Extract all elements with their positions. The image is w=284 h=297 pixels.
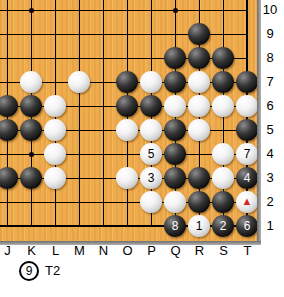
intersection-N8[interactable] <box>91 46 115 70</box>
intersection-S10[interactable] <box>211 0 235 22</box>
intersection-S9[interactable] <box>211 22 235 46</box>
intersection-M6[interactable] <box>67 94 91 118</box>
row-label-3: 3 <box>258 170 282 186</box>
intersection-J8[interactable] <box>0 46 19 70</box>
intersection-K10[interactable] <box>19 0 43 22</box>
intersection-N7[interactable] <box>91 70 115 94</box>
white-stone-T6 <box>236 95 257 117</box>
white-stone-P3: 3 <box>140 167 162 189</box>
intersection-O7[interactable] <box>115 70 139 94</box>
intersection-P5[interactable] <box>139 118 163 142</box>
move-number-5: 5 <box>148 148 155 160</box>
intersection-R10[interactable] <box>187 0 211 22</box>
intersection-P2[interactable] <box>139 190 163 214</box>
white-stone-S6 <box>212 95 234 117</box>
intersection-R6[interactable] <box>187 94 211 118</box>
intersection-Q8[interactable] <box>163 46 187 70</box>
row-label-7: 7 <box>258 74 282 90</box>
black-stone-R3 <box>188 167 210 189</box>
intersection-S7[interactable] <box>211 70 235 94</box>
intersection-N9[interactable] <box>91 22 115 46</box>
intersection-T9[interactable] <box>235 22 257 46</box>
intersection-L6[interactable] <box>43 94 67 118</box>
black-stone-R8 <box>188 47 210 69</box>
intersection-Q10[interactable] <box>163 0 187 22</box>
intersection-S8[interactable] <box>211 46 235 70</box>
intersection-T8[interactable] <box>235 46 257 70</box>
white-stone-O3 <box>116 167 138 189</box>
intersection-Q6[interactable] <box>163 94 187 118</box>
white-stone-T4: 7 <box>236 143 257 165</box>
intersection-L8[interactable] <box>43 46 67 70</box>
white-stone-Q6 <box>164 95 186 117</box>
intersection-Q3[interactable] <box>163 166 187 190</box>
black-stone-R2 <box>188 191 210 213</box>
intersection-P4[interactable]: 5 <box>139 142 163 166</box>
intersection-K8[interactable] <box>19 46 43 70</box>
intersection-N6[interactable] <box>91 94 115 118</box>
intersection-O2[interactable] <box>115 190 139 214</box>
intersection-L1[interactable] <box>43 214 67 238</box>
intersection-O6[interactable] <box>115 94 139 118</box>
col-label-R: R <box>191 243 208 258</box>
intersection-N3[interactable] <box>91 166 115 190</box>
black-stone-K3 <box>20 167 42 189</box>
col-label-N: N <box>95 243 112 258</box>
white-stone-K7 <box>20 71 42 93</box>
intersection-K2[interactable] <box>19 190 43 214</box>
intersection-M7[interactable] <box>67 70 91 94</box>
intersection-S1[interactable]: 2 <box>211 214 235 238</box>
black-stone-P6 <box>140 95 162 117</box>
intersection-M9[interactable] <box>67 22 91 46</box>
intersection-Q4[interactable] <box>163 142 187 166</box>
white-stone-L5 <box>44 119 66 141</box>
intersection-T6[interactable] <box>235 94 257 118</box>
intersection-R8[interactable] <box>187 46 211 70</box>
intersection-O10[interactable] <box>115 0 139 22</box>
intersection-Q5[interactable] <box>163 118 187 142</box>
row-label-8: 8 <box>258 50 282 66</box>
white-stone-T2: ▲ <box>236 191 257 213</box>
intersection-T2[interactable]: ▲ <box>235 190 257 214</box>
intersection-Q1[interactable]: 8 <box>163 214 187 238</box>
row-label-6: 6 <box>258 98 282 114</box>
intersection-O1[interactable] <box>115 214 139 238</box>
intersection-O3[interactable] <box>115 166 139 190</box>
intersection-Q7[interactable] <box>163 70 187 94</box>
intersection-J10[interactable] <box>0 0 19 22</box>
intersection-P10[interactable] <box>139 0 163 22</box>
intersection-M1[interactable] <box>67 214 91 238</box>
black-stone-T3: 4 <box>236 167 257 189</box>
intersection-J9[interactable] <box>0 22 19 46</box>
white-stone-R7 <box>188 71 210 93</box>
col-label-J: J <box>0 243 16 258</box>
intersection-J4[interactable] <box>0 142 19 166</box>
intersection-N10[interactable] <box>91 0 115 22</box>
intersection-S3[interactable] <box>211 166 235 190</box>
intersection-Q9[interactable] <box>163 22 187 46</box>
intersection-J2[interactable] <box>0 190 19 214</box>
intersection-J5[interactable] <box>0 118 19 142</box>
board-grid: 5734▲8126 <box>0 0 257 238</box>
intersection-P3[interactable]: 3 <box>139 166 163 190</box>
white-stone-M7 <box>68 71 90 93</box>
intersection-M10[interactable] <box>67 0 91 22</box>
move-number-2: 2 <box>220 220 227 232</box>
black-stone-S2 <box>212 191 234 213</box>
intersection-K7[interactable] <box>19 70 43 94</box>
move-number-8: 8 <box>172 220 179 232</box>
white-stone-P4: 5 <box>140 143 162 165</box>
intersection-K1[interactable] <box>19 214 43 238</box>
intersection-N5[interactable] <box>91 118 115 142</box>
row-label-4: 4 <box>258 146 282 162</box>
white-stone-R1: 1 <box>188 215 210 237</box>
black-stone-Q3 <box>164 167 186 189</box>
move-number-1: 1 <box>196 220 203 232</box>
black-stone-T5 <box>236 119 257 141</box>
row-label-1: 1 <box>258 218 282 234</box>
black-stone-S1: 2 <box>212 215 234 237</box>
white-stone-P5 <box>140 119 162 141</box>
white-stone-Q2 <box>164 191 186 213</box>
intersection-M2[interactable] <box>67 190 91 214</box>
intersection-S6[interactable] <box>211 94 235 118</box>
intersection-R2[interactable] <box>187 190 211 214</box>
intersection-M8[interactable] <box>67 46 91 70</box>
intersection-K3[interactable] <box>19 166 43 190</box>
black-stone-J6 <box>0 95 18 117</box>
white-stone-P7 <box>140 71 162 93</box>
black-stone-S7 <box>212 71 234 93</box>
white-stone-L4 <box>44 143 66 165</box>
intersection-N4[interactable] <box>91 142 115 166</box>
col-label-M: M <box>71 243 88 258</box>
intersection-M5[interactable] <box>67 118 91 142</box>
white-stone-S4 <box>212 143 234 165</box>
intersection-L10[interactable] <box>43 0 67 22</box>
intersection-O5[interactable] <box>115 118 139 142</box>
intersection-R7[interactable] <box>187 70 211 94</box>
black-stone-O7 <box>116 71 138 93</box>
intersection-P7[interactable] <box>139 70 163 94</box>
caption-move-9-white-stone-icon: 9 <box>19 261 39 281</box>
intersection-T10[interactable] <box>235 0 257 22</box>
col-label-Q: Q <box>167 243 184 258</box>
col-label-O: O <box>119 243 136 258</box>
intersection-L2[interactable] <box>43 190 67 214</box>
row-label-9: 9 <box>258 26 282 42</box>
intersection-N1[interactable] <box>91 214 115 238</box>
col-label-K: K <box>23 243 40 258</box>
intersection-P1[interactable] <box>139 214 163 238</box>
black-stone-Q1: 8 <box>164 215 186 237</box>
intersection-O9[interactable] <box>115 22 139 46</box>
black-stone-J5 <box>0 119 18 141</box>
move-number-6: 6 <box>244 220 251 232</box>
black-stone-Q4 <box>164 143 186 165</box>
intersection-L4[interactable] <box>43 142 67 166</box>
row-label-2: 2 <box>258 194 282 210</box>
go-board: 5734▲8126 <box>0 0 257 241</box>
intersection-R4[interactable] <box>187 142 211 166</box>
black-stone-K6 <box>20 95 42 117</box>
intersection-T5[interactable] <box>235 118 257 142</box>
black-stone-Q8 <box>164 47 186 69</box>
white-stone-P2 <box>140 191 162 213</box>
intersection-T7[interactable] <box>235 70 257 94</box>
row-label-10: 10 <box>258 2 282 18</box>
intersection-K6[interactable] <box>19 94 43 118</box>
intersection-L5[interactable] <box>43 118 67 142</box>
black-stone-R9 <box>188 23 210 45</box>
white-stone-L6 <box>44 95 66 117</box>
intersection-L3[interactable] <box>43 166 67 190</box>
black-stone-T7 <box>236 71 257 93</box>
intersection-O8[interactable] <box>115 46 139 70</box>
intersection-K9[interactable] <box>19 22 43 46</box>
black-stone-O6 <box>116 95 138 117</box>
intersection-R9[interactable] <box>187 22 211 46</box>
col-label-P: P <box>143 243 160 258</box>
black-stone-Q5 <box>164 119 186 141</box>
intersection-T3[interactable]: 4 <box>235 166 257 190</box>
intersection-O4[interactable] <box>115 142 139 166</box>
black-stone-Q7 <box>164 71 186 93</box>
intersection-M3[interactable] <box>67 166 91 190</box>
col-label-S: S <box>215 243 232 258</box>
intersection-P9[interactable] <box>139 22 163 46</box>
intersection-Q2[interactable] <box>163 190 187 214</box>
intersection-N2[interactable] <box>91 190 115 214</box>
intersection-T4[interactable]: 7 <box>235 142 257 166</box>
black-stone-K5 <box>20 119 42 141</box>
white-stone-O5 <box>116 119 138 141</box>
intersection-K4[interactable] <box>19 142 43 166</box>
white-stone-R5 <box>188 119 210 141</box>
move-number-7: 7 <box>244 148 251 160</box>
black-stone-T1: 6 <box>236 215 257 237</box>
intersection-S2[interactable] <box>211 190 235 214</box>
intersection-M4[interactable] <box>67 142 91 166</box>
intersection-J1[interactable] <box>0 214 19 238</box>
black-stone-S8 <box>212 47 234 69</box>
black-stone-J3 <box>0 167 18 189</box>
intersection-L9[interactable] <box>43 22 67 46</box>
move-number-4: 4 <box>244 172 251 184</box>
intersection-J6[interactable] <box>0 94 19 118</box>
intersection-R5[interactable] <box>187 118 211 142</box>
row-label-5: 5 <box>258 122 282 138</box>
col-label-L: L <box>47 243 64 258</box>
go-diagram: 5734▲8126 JKLMNOPQRST 10987654321 9 T2 <box>0 0 284 297</box>
intersection-J7[interactable] <box>0 70 19 94</box>
intersection-K5[interactable] <box>19 118 43 142</box>
intersection-P8[interactable] <box>139 46 163 70</box>
triangle-marker-icon: ▲ <box>242 196 253 207</box>
intersection-J3[interactable] <box>0 166 19 190</box>
intersection-S4[interactable] <box>211 142 235 166</box>
white-stone-R6 <box>188 95 210 117</box>
white-stone-L3 <box>44 167 66 189</box>
white-stone-S3 <box>212 167 234 189</box>
caption-location-label: T2 <box>45 263 60 278</box>
intersection-P6[interactable] <box>139 94 163 118</box>
col-label-T: T <box>239 243 256 258</box>
intersection-L7[interactable] <box>43 70 67 94</box>
move-number-3: 3 <box>148 172 155 184</box>
intersection-S5[interactable] <box>211 118 235 142</box>
intersection-T1[interactable]: 6 <box>235 214 257 238</box>
intersection-R1[interactable]: 1 <box>187 214 211 238</box>
intersection-R3[interactable] <box>187 166 211 190</box>
